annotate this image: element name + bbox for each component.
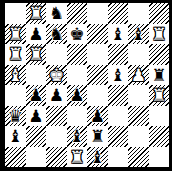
square-c3[interactable] — [46, 106, 67, 127]
square-c7[interactable]: ♞ — [46, 24, 67, 45]
square-a3[interactable]: ♛ — [5, 106, 26, 127]
square-e1[interactable]: ♝ — [87, 147, 108, 168]
square-b4[interactable]: ♟ — [26, 85, 47, 106]
square-f8[interactable] — [108, 3, 129, 24]
white-rook[interactable]: ♜ — [151, 85, 166, 106]
black-bishop[interactable]: ♝ — [110, 24, 125, 45]
square-h3[interactable] — [149, 106, 170, 127]
black-bishop[interactable]: ♝ — [90, 147, 105, 168]
square-b3[interactable]: ♟ — [26, 106, 47, 127]
square-f7[interactable]: ♝ — [108, 24, 129, 45]
square-a7[interactable]: ♜ — [5, 24, 26, 45]
square-h2[interactable] — [149, 126, 170, 147]
square-c5[interactable]: ♚ — [46, 65, 67, 86]
square-d5[interactable] — [67, 65, 88, 86]
square-d1[interactable]: ♜ — [67, 147, 88, 168]
black-pawn[interactable]: ♟ — [69, 85, 84, 106]
black-pawn[interactable]: ♟ — [28, 106, 43, 127]
black-bishop[interactable]: ♝ — [8, 126, 23, 147]
square-g8[interactable] — [128, 3, 149, 24]
square-e8[interactable] — [87, 3, 108, 24]
black-pawn[interactable]: ♟ — [49, 85, 64, 106]
square-c2[interactable] — [46, 126, 67, 147]
white-bishop[interactable]: ♝ — [8, 65, 23, 86]
square-a1[interactable] — [5, 147, 26, 168]
square-b8[interactable]: ♜ — [26, 3, 47, 24]
square-d4[interactable]: ♟ — [67, 85, 88, 106]
square-a8[interactable] — [5, 3, 26, 24]
square-c4[interactable]: ♟ — [46, 85, 67, 106]
square-f6[interactable] — [108, 44, 129, 65]
square-e2[interactable]: ♜ — [87, 126, 108, 147]
square-h1[interactable] — [149, 147, 170, 168]
square-e7[interactable] — [87, 24, 108, 45]
square-f5[interactable]: ♝ — [108, 65, 129, 86]
square-h8[interactable] — [149, 3, 170, 24]
black-pawn[interactable]: ♟ — [28, 24, 43, 45]
black-pawn[interactable]: ♟ — [28, 85, 43, 106]
square-h7[interactable]: ♜ — [149, 24, 170, 45]
white-rook[interactable]: ♜ — [8, 24, 23, 45]
black-knight[interactable]: ♞ — [49, 3, 64, 24]
square-e4[interactable] — [87, 85, 108, 106]
square-c1[interactable] — [46, 147, 67, 168]
square-h5[interactable]: ♜ — [149, 65, 170, 86]
square-b5[interactable] — [26, 65, 47, 86]
square-a6[interactable]: ♜ — [5, 44, 26, 65]
square-g5[interactable]: ♟ — [128, 65, 149, 86]
black-pawn[interactable]: ♟ — [90, 106, 105, 127]
white-rook[interactable]: ♜ — [151, 24, 166, 45]
white-rook[interactable]: ♜ — [28, 3, 43, 24]
square-d8[interactable] — [67, 3, 88, 24]
square-b6[interactable]: ♜ — [26, 44, 47, 65]
square-e6[interactable] — [87, 44, 108, 65]
square-d3[interactable] — [67, 106, 88, 127]
square-g1[interactable] — [128, 147, 149, 168]
chess-diagram: ♜♞♜♟♞♚♝♝♜♜♜♝♚♝♟♜♟♟♟♜♛♟♟♝♝♜♜♝ — [0, 0, 172, 171]
black-knight[interactable]: ♞ — [49, 24, 64, 45]
white-rook[interactable]: ♜ — [28, 44, 43, 65]
white-rook[interactable]: ♜ — [8, 44, 23, 65]
black-rook[interactable]: ♜ — [90, 126, 105, 147]
black-king[interactable]: ♚ — [69, 24, 84, 45]
square-g2[interactable] — [128, 126, 149, 147]
square-f2[interactable] — [108, 126, 129, 147]
square-d6[interactable] — [67, 44, 88, 65]
square-h4[interactable]: ♜ — [149, 85, 170, 106]
square-f1[interactable] — [108, 147, 129, 168]
square-e3[interactable]: ♟ — [87, 106, 108, 127]
square-h6[interactable] — [149, 44, 170, 65]
square-c8[interactable]: ♞ — [46, 3, 67, 24]
chess-board: ♜♞♜♟♞♚♝♝♜♜♜♝♚♝♟♜♟♟♟♜♛♟♟♝♝♜♜♝ — [5, 3, 169, 167]
square-c6[interactable] — [46, 44, 67, 65]
black-bishop[interactable]: ♝ — [110, 65, 125, 86]
black-rook[interactable]: ♜ — [151, 65, 166, 86]
black-queen[interactable]: ♛ — [8, 106, 23, 127]
square-b1[interactable] — [26, 147, 47, 168]
black-bishop[interactable]: ♝ — [69, 126, 84, 147]
white-rook[interactable]: ♜ — [69, 147, 84, 168]
square-b2[interactable] — [26, 126, 47, 147]
square-e5[interactable] — [87, 65, 108, 86]
square-b7[interactable]: ♟ — [26, 24, 47, 45]
square-g3[interactable] — [128, 106, 149, 127]
square-f3[interactable] — [108, 106, 129, 127]
square-a2[interactable]: ♝ — [5, 126, 26, 147]
square-a4[interactable] — [5, 85, 26, 106]
square-g7[interactable]: ♝ — [128, 24, 149, 45]
white-pawn[interactable]: ♟ — [131, 65, 146, 86]
square-g4[interactable] — [128, 85, 149, 106]
square-f4[interactable] — [108, 85, 129, 106]
black-bishop[interactable]: ♝ — [131, 24, 146, 45]
square-g6[interactable] — [128, 44, 149, 65]
white-king[interactable]: ♚ — [49, 65, 64, 86]
square-d7[interactable]: ♚ — [67, 24, 88, 45]
square-a5[interactable]: ♝ — [5, 65, 26, 86]
square-d2[interactable]: ♝ — [67, 126, 88, 147]
